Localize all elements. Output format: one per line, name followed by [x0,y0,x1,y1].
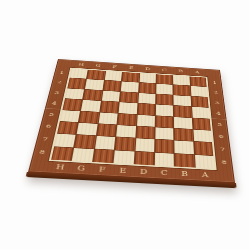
file-label-bottom-a: A [195,169,216,182]
square-h4 [63,99,83,111]
square-a3 [191,96,208,107]
square-b4 [174,106,192,118]
board-shadow: HGFEDCBA HGFEDCBA 12345678 12345678 [0,0,250,250]
rank-label-right-7: 7 [214,142,232,156]
square-a8 [195,155,215,169]
file-label-bottom-f: F [91,163,113,176]
square-a2 [191,86,208,97]
square-c5 [155,116,173,128]
file-label-bottom-d: D [133,166,154,179]
square-e1 [122,72,139,82]
square-e2 [121,82,138,93]
square-g2 [85,79,103,90]
square-c8 [155,152,174,166]
square-a7 [194,142,213,155]
square-g3 [83,89,102,100]
square-c6 [155,127,173,140]
square-h5 [60,110,80,122]
square-g5 [79,111,99,123]
square-f2 [103,81,121,92]
square-h7 [54,134,76,147]
square-h1 [70,69,88,79]
square-c2 [156,84,173,95]
square-e3 [120,92,138,103]
square-g7 [75,135,96,148]
rank-label-right-8: 8 [215,155,233,169]
file-label-bottom-g: G [70,162,93,175]
square-f6 [97,124,117,137]
square-b1 [173,75,189,85]
square-a1 [190,77,207,87]
square-g4 [81,100,100,112]
square-d7 [135,138,154,151]
square-g1 [87,70,105,80]
square-f5 [98,112,117,124]
square-d4 [137,103,155,115]
square-e7 [115,137,135,150]
square-a4 [192,107,210,119]
square-f4 [100,101,119,113]
square-g8 [72,148,94,162]
photo-background: HGFEDCBA HGFEDCBA 12345678 12345678 [0,0,250,250]
chessboard: HGFEDCBA HGFEDCBA 12345678 12345678 [28,59,235,183]
square-c7 [155,140,174,153]
square-d5 [137,115,155,127]
square-b8 [175,154,195,168]
square-d6 [136,126,155,139]
square-f7 [95,136,115,149]
rank-label-right-6: 6 [213,130,230,143]
square-a5 [192,118,210,130]
square-f1 [105,71,122,81]
square-c4 [156,105,173,117]
square-b2 [173,85,190,96]
board-grid [51,69,214,169]
square-f3 [102,91,120,102]
square-d8 [134,151,154,165]
file-label-bottom-b: B [174,168,195,181]
file-label-bottom-c: C [154,167,175,180]
square-f8 [93,149,114,163]
playing-field [49,68,217,171]
square-g6 [77,123,97,136]
square-h6 [57,122,78,135]
square-h2 [67,78,86,89]
square-a6 [193,130,212,143]
square-c3 [156,94,173,105]
square-c1 [156,74,172,84]
square-h3 [65,88,84,99]
square-d3 [138,93,155,104]
square-b7 [175,141,194,154]
square-e6 [116,125,135,138]
square-e4 [119,102,137,114]
rank-label-right-5: 5 [211,119,228,131]
square-b5 [174,117,192,129]
square-e8 [114,150,134,164]
square-b3 [174,95,191,106]
square-e5 [118,113,137,125]
file-label-bottom-e: E [112,164,134,177]
square-d2 [139,83,156,94]
square-b6 [174,128,193,141]
square-d1 [139,73,156,83]
square-h8 [51,147,73,161]
file-label-bottom-h: H [48,161,72,174]
